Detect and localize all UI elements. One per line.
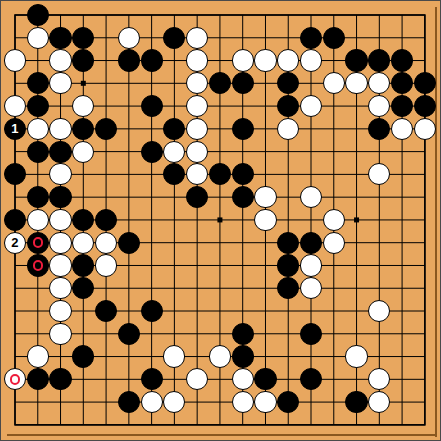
stone-black[interactable] bbox=[141, 300, 163, 322]
stone-black[interactable] bbox=[141, 95, 163, 117]
stone-black[interactable] bbox=[345, 49, 367, 71]
stone-black[interactable] bbox=[414, 95, 436, 117]
stone-black[interactable] bbox=[277, 254, 299, 276]
stone-black[interactable] bbox=[49, 368, 71, 390]
stone-white[interactable] bbox=[277, 49, 299, 71]
stone-white[interactable] bbox=[49, 300, 71, 322]
stone-black[interactable] bbox=[49, 186, 71, 208]
stone-black[interactable] bbox=[368, 49, 390, 71]
stone-white[interactable] bbox=[49, 72, 71, 94]
stone-white[interactable] bbox=[27, 209, 49, 231]
board-edge-shadow-bottom bbox=[7, 434, 437, 436]
stone-black[interactable] bbox=[232, 72, 254, 94]
board-edge-shadow-right bbox=[435, 7, 437, 437]
stone-black[interactable] bbox=[277, 232, 299, 254]
stone-black[interactable] bbox=[254, 368, 276, 390]
circle-marker-icon bbox=[33, 260, 44, 271]
stone-white[interactable] bbox=[300, 49, 322, 71]
stone-black[interactable] bbox=[141, 368, 163, 390]
stone-black[interactable] bbox=[141, 49, 163, 71]
stone-black[interactable] bbox=[141, 141, 163, 163]
stone-black[interactable] bbox=[232, 118, 254, 140]
stone-black[interactable] bbox=[232, 345, 254, 367]
stone-white[interactable] bbox=[27, 345, 49, 367]
stone-white[interactable] bbox=[232, 49, 254, 71]
stone-white[interactable] bbox=[72, 232, 94, 254]
stone-black[interactable] bbox=[118, 391, 140, 413]
stone-black[interactable] bbox=[232, 323, 254, 345]
stone-black[interactable] bbox=[4, 209, 26, 231]
stone-white[interactable] bbox=[209, 345, 231, 367]
stone-black[interactable] bbox=[27, 95, 49, 117]
stone-white[interactable] bbox=[141, 391, 163, 413]
stone-black[interactable] bbox=[49, 27, 71, 49]
stone-black[interactable] bbox=[95, 209, 117, 231]
stone-white[interactable] bbox=[186, 118, 208, 140]
stone-white[interactable] bbox=[27, 27, 49, 49]
stone-white[interactable] bbox=[300, 254, 322, 276]
stone-black[interactable] bbox=[391, 49, 413, 71]
stone-black[interactable] bbox=[345, 391, 367, 413]
stone-white[interactable] bbox=[186, 49, 208, 71]
stone-white[interactable] bbox=[49, 277, 71, 299]
stone-black[interactable] bbox=[323, 27, 345, 49]
stone-black[interactable] bbox=[27, 186, 49, 208]
stone-white[interactable] bbox=[323, 232, 345, 254]
stone-black-circled[interactable] bbox=[27, 254, 49, 276]
stone-white[interactable] bbox=[49, 254, 71, 276]
stone-black[interactable] bbox=[300, 323, 322, 345]
stone-white[interactable] bbox=[95, 254, 117, 276]
stone-white[interactable] bbox=[345, 72, 367, 94]
star-point bbox=[81, 81, 86, 86]
stone-black[interactable] bbox=[27, 4, 49, 26]
stone-black[interactable] bbox=[72, 49, 94, 71]
stone-black-numbered-1[interactable]: 1 bbox=[4, 118, 26, 140]
stone-white[interactable] bbox=[118, 27, 140, 49]
stone-black[interactable] bbox=[95, 118, 117, 140]
stone-white[interactable] bbox=[254, 391, 276, 413]
stone-white[interactable] bbox=[345, 345, 367, 367]
stone-white[interactable] bbox=[163, 141, 185, 163]
stone-white[interactable] bbox=[4, 49, 26, 71]
stone-white[interactable] bbox=[232, 368, 254, 390]
stone-white[interactable] bbox=[323, 209, 345, 231]
star-point bbox=[217, 217, 222, 222]
stone-white[interactable] bbox=[95, 232, 117, 254]
stone-white[interactable] bbox=[254, 209, 276, 231]
stone-white[interactable] bbox=[186, 141, 208, 163]
star-point bbox=[354, 217, 359, 222]
stone-white[interactable] bbox=[49, 49, 71, 71]
stone-black[interactable] bbox=[300, 232, 322, 254]
stone-white[interactable] bbox=[49, 323, 71, 345]
stone-black[interactable] bbox=[300, 27, 322, 49]
stone-black[interactable] bbox=[232, 186, 254, 208]
stone-white[interactable] bbox=[49, 232, 71, 254]
stone-black[interactable] bbox=[72, 254, 94, 276]
stone-white[interactable] bbox=[49, 118, 71, 140]
stone-white[interactable] bbox=[254, 186, 276, 208]
circle-marker-icon bbox=[10, 374, 21, 385]
stone-white[interactable] bbox=[414, 118, 436, 140]
stone-white[interactable] bbox=[391, 118, 413, 140]
stone-white[interactable] bbox=[186, 27, 208, 49]
stone-white[interactable] bbox=[254, 49, 276, 71]
stone-black[interactable] bbox=[72, 345, 94, 367]
stone-white[interactable] bbox=[72, 141, 94, 163]
stone-black[interactable] bbox=[118, 323, 140, 345]
stone-black-circled[interactable] bbox=[27, 232, 49, 254]
stone-white[interactable] bbox=[27, 118, 49, 140]
stone-black[interactable] bbox=[118, 49, 140, 71]
stone-black[interactable] bbox=[118, 232, 140, 254]
stone-white[interactable] bbox=[232, 391, 254, 413]
stone-white[interactable] bbox=[163, 345, 185, 367]
stone-white[interactable] bbox=[49, 209, 71, 231]
stone-white-numbered-2[interactable]: 2 bbox=[4, 232, 26, 254]
go-board[interactable]: 12 bbox=[0, 0, 441, 441]
stone-black[interactable] bbox=[49, 141, 71, 163]
stone-white[interactable] bbox=[49, 163, 71, 185]
stone-black[interactable] bbox=[27, 141, 49, 163]
circle-marker-icon bbox=[33, 237, 44, 248]
